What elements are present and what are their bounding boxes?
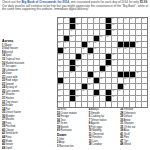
grid-cell	[142, 36, 147, 41]
grid-cell: 39	[76, 60, 81, 65]
cell-number: 2	[64, 17, 65, 19]
cell-number: 33	[130, 47, 132, 49]
cell-number: 53	[130, 77, 132, 79]
grid-cell	[82, 102, 87, 107]
grid-cell: 30	[94, 48, 99, 53]
grid-cell	[136, 96, 141, 101]
grid-cell: 41	[58, 66, 63, 71]
black-cell	[94, 36, 99, 41]
grid-cell	[130, 102, 135, 107]
grid-cell	[136, 60, 141, 65]
cell-number: 63	[76, 95, 78, 97]
grid-cell	[136, 30, 141, 35]
clue-number: 55	[57, 115, 60, 118]
grid-cell	[76, 72, 81, 77]
grid-cell: 40	[112, 60, 117, 65]
cell-number: 14	[58, 23, 60, 25]
cell-number: 26	[94, 41, 96, 43]
black-cell	[70, 90, 75, 95]
grid-cell: 56	[124, 84, 129, 89]
grid-cell	[94, 60, 99, 65]
clue: 3 Raccoon kin	[57, 145, 86, 148]
cell-number: 64	[94, 95, 96, 97]
grid-cell	[124, 96, 129, 101]
black-cell	[94, 90, 99, 95]
grid-cell: 48	[136, 72, 141, 77]
clue-number: 14	[2, 54, 5, 57]
grid-cell: 12	[136, 18, 141, 23]
cell-number: 25	[88, 41, 90, 43]
grid-cell: 38	[58, 60, 63, 65]
black-cell	[70, 18, 75, 23]
black-cell	[76, 54, 81, 59]
grid-cell	[118, 54, 123, 59]
clue-number: 49	[2, 147, 5, 149]
grid-cell	[76, 42, 81, 47]
cell-number: 30	[94, 47, 96, 49]
grid-cell: 42	[76, 66, 81, 71]
clue-number: 2	[57, 141, 58, 144]
grid-cell	[142, 48, 147, 53]
cell-number: 39	[76, 59, 78, 61]
grid-cell: 31	[118, 48, 123, 53]
cell-number: 36	[88, 53, 90, 55]
grid-cell: 21	[100, 36, 105, 41]
cell-number: 10	[124, 17, 126, 19]
grid-cell	[82, 60, 87, 65]
grid-cell	[88, 102, 93, 107]
grid-cell	[142, 78, 147, 83]
clue: 48 Weird	[120, 143, 149, 146]
grid-cell: 19	[112, 30, 117, 35]
black-cell	[118, 84, 123, 89]
grid-cell	[136, 24, 141, 29]
cell-number: 22	[106, 35, 108, 37]
grid-cell	[64, 102, 69, 107]
grid-cell	[124, 30, 129, 35]
grid-cell: 51	[100, 78, 105, 83]
grid-cell: 16	[112, 24, 117, 29]
clue-number: 31	[120, 122, 123, 125]
grid-cell: 49	[64, 78, 69, 83]
grid-cell	[82, 78, 87, 83]
grid-cell: 11	[130, 18, 135, 23]
grid-cell	[118, 36, 123, 41]
cell-number: 41	[58, 65, 60, 67]
black-cell	[94, 78, 99, 83]
clue: 18 Crowbar	[89, 143, 118, 146]
grid-cell: 18	[70, 30, 75, 35]
cell-number: 3	[76, 17, 77, 19]
cell-number: 4	[82, 17, 83, 19]
black-cell	[106, 60, 111, 65]
black-cell	[118, 72, 123, 77]
grid-cell	[112, 66, 117, 71]
grid-cell	[136, 48, 141, 53]
grid-cell: 9	[118, 18, 123, 23]
cell-number: 17	[58, 29, 60, 31]
cell-number: 51	[100, 77, 102, 79]
grid-cell: 35	[82, 54, 87, 59]
clue-number: 3	[2, 47, 3, 50]
cell-number: 40	[112, 59, 114, 61]
grid-cell	[124, 66, 129, 71]
grid-cell	[142, 54, 147, 59]
cell-number: 28	[64, 47, 66, 49]
grid-cell	[142, 24, 147, 29]
clue-number: 44	[2, 136, 5, 139]
promo-text: Check out the Big Book of Crosswords for…	[2, 1, 148, 12]
grid-cell	[112, 102, 117, 107]
grid-cell	[100, 48, 105, 53]
black-cell	[70, 60, 75, 65]
grid-cell	[64, 54, 69, 59]
grid-cell	[70, 78, 75, 83]
grid-cell: 64	[94, 96, 99, 101]
black-cell	[82, 84, 87, 89]
grid-cell: 23	[58, 42, 63, 47]
grid-cell	[136, 66, 141, 71]
grid-cell	[76, 30, 81, 35]
grid-cell	[142, 90, 147, 95]
grid-cell	[118, 66, 123, 71]
cell-number: 62	[58, 95, 60, 97]
grid-cell	[130, 60, 135, 65]
grid-cell: 44	[58, 72, 63, 77]
grid-cell	[94, 30, 99, 35]
clue-number: 48	[120, 143, 123, 146]
grid-cell: 36	[88, 54, 93, 59]
cell-number: 19	[112, 29, 114, 31]
grid-cell	[70, 84, 75, 89]
grid-cell: 45	[70, 72, 75, 77]
grid-cell: 26	[94, 42, 99, 47]
grid-cell: 3	[76, 18, 81, 23]
grid-cell	[100, 42, 105, 47]
grid-cell	[124, 102, 129, 107]
cell-number: 61	[118, 89, 120, 91]
grid-cell	[82, 30, 87, 35]
grid-cell	[142, 72, 147, 77]
grid-cell	[106, 84, 111, 89]
clue-number: 60	[57, 129, 60, 132]
grid-cell: 59	[82, 90, 87, 95]
grid-cell	[112, 84, 117, 89]
cell-number: 59	[82, 89, 84, 91]
grid-cell	[88, 66, 93, 71]
grid-cell	[130, 24, 135, 29]
grid-cell: 17	[58, 30, 63, 35]
black-cell	[124, 42, 129, 47]
grid-cell: 54	[58, 84, 63, 89]
grid-cell	[118, 102, 123, 107]
cell-number: 47	[100, 71, 102, 73]
cell-number: 29	[82, 47, 84, 49]
clue-number: 57	[57, 122, 60, 125]
black-cell	[88, 48, 93, 53]
grid-cell: 28	[64, 48, 69, 53]
grid-cell	[82, 72, 87, 77]
grid-cell: 61	[118, 90, 123, 95]
clue-number: 20	[2, 72, 5, 75]
cell-number: 15	[76, 23, 78, 25]
cell-number: 11	[130, 17, 132, 19]
black-cell	[58, 48, 63, 53]
black-cell	[124, 72, 129, 77]
black-cell	[70, 24, 75, 29]
grid-cell: 27	[136, 42, 141, 47]
grid-cell	[118, 24, 123, 29]
grid-cell: 63	[76, 96, 81, 101]
grid-cell: 47	[100, 72, 105, 77]
grid-cell: 65	[112, 96, 117, 101]
grid-cell: 4	[82, 18, 87, 23]
cell-number: 56	[124, 83, 126, 85]
grid-cell	[88, 36, 93, 41]
cell-number: 16	[112, 23, 114, 25]
clue-number: 22	[2, 79, 5, 82]
grid-cell: 50	[88, 78, 93, 83]
grid-cell	[130, 30, 135, 35]
grid-cell: 1	[58, 18, 63, 23]
grid-cell	[100, 24, 105, 29]
grid-cell	[112, 36, 117, 41]
grid-cell	[64, 66, 69, 71]
cell-number: 31	[118, 47, 120, 49]
grid-cell: 43	[106, 66, 111, 71]
clue-number: 24	[2, 86, 5, 89]
grid-cell	[82, 24, 87, 29]
grid-cell: 25	[88, 42, 93, 47]
grid-cell	[100, 90, 105, 95]
grid-cell	[88, 60, 93, 65]
cell-number: 54	[58, 83, 60, 85]
grid-cell: 57	[58, 90, 63, 95]
cell-number: 44	[58, 71, 60, 73]
grid-cell	[130, 66, 135, 71]
grid-cell	[124, 36, 129, 41]
grid-cell: 7	[100, 18, 105, 23]
clue-number: 17	[2, 65, 5, 68]
grid-cell	[64, 30, 69, 35]
cell-number: 5	[88, 17, 89, 19]
black-cell	[58, 78, 63, 83]
grid-cell	[82, 36, 87, 41]
grid-cell: 2	[64, 18, 69, 23]
grid-cell	[142, 66, 147, 71]
black-cell	[130, 72, 135, 77]
grid-cell	[106, 78, 111, 83]
cell-number: 27	[136, 41, 138, 43]
grid-cell	[130, 96, 135, 101]
grid-cell	[136, 90, 141, 95]
cell-number: 8	[112, 17, 113, 19]
grid-cell: 46	[94, 72, 99, 77]
grid-cell	[76, 36, 81, 41]
grid-cell	[124, 24, 129, 29]
black-cell	[106, 96, 111, 101]
cell-number: 12	[136, 17, 138, 19]
grid-cell	[82, 66, 87, 71]
grid-cell	[64, 60, 69, 65]
grid-cell	[64, 24, 69, 29]
cell-number: 58	[76, 89, 78, 91]
cell-number: 50	[88, 77, 90, 79]
cell-number: 24	[64, 41, 66, 43]
grid-cell: 34	[58, 54, 63, 59]
black-cell	[88, 72, 93, 77]
black-cell	[64, 36, 69, 41]
cell-number: 21	[100, 35, 102, 37]
cell-number: 34	[58, 53, 60, 55]
grid-cell	[112, 42, 117, 47]
clue-number: 46	[2, 143, 5, 146]
cell-number: 52	[124, 77, 126, 79]
black-cell	[106, 90, 111, 95]
grid-cell	[142, 102, 147, 107]
grid-cell: 20	[70, 36, 75, 41]
cell-number: 18	[70, 29, 72, 31]
grid-cell	[106, 102, 111, 107]
clue-number: 31	[2, 97, 5, 100]
grid-cell	[136, 78, 141, 83]
grid-cell: 15	[76, 24, 81, 29]
clue-number: 33	[2, 104, 5, 107]
clue: 49 Dwell	[2, 147, 55, 149]
grid-cell	[118, 78, 123, 83]
black-cell	[106, 18, 111, 23]
grid-cell	[88, 90, 93, 95]
cell-number: 46	[94, 71, 96, 73]
grid-cell	[124, 60, 129, 65]
across-clue-column: Across 1 Wager3 Map feature8 Ascend14 Sp…	[2, 39, 55, 149]
clue-number: 26	[120, 108, 123, 111]
grid-cell: 10	[124, 18, 129, 23]
cell-number: 60	[112, 89, 114, 91]
clue-number: 27	[2, 93, 5, 96]
clue-number: 18	[89, 143, 92, 146]
clue-number: 29	[120, 115, 123, 118]
clue-number: 10	[89, 129, 92, 132]
grid-cell	[118, 96, 123, 101]
grid-cell	[64, 72, 69, 77]
grid-cell	[82, 96, 87, 101]
cell-number: 37	[112, 53, 114, 55]
grid-cell	[112, 48, 117, 53]
down-heading: Down	[57, 133, 86, 137]
bottom-clue-columns: 52 Exist53 Ocean motion55 Enrage56 Tear5…	[57, 108, 149, 149]
cell-number: 7	[100, 17, 101, 19]
clue-number: 6	[89, 115, 90, 118]
grid-cell	[94, 66, 99, 71]
grid-cell	[76, 84, 81, 89]
grid-cell	[106, 72, 111, 77]
clue-number: 39	[120, 129, 123, 132]
black-cell	[106, 30, 111, 35]
cell-number: 49	[64, 77, 66, 79]
grid-cell	[94, 24, 99, 29]
grid-cell: 8	[112, 18, 117, 23]
grid-cell	[70, 48, 75, 53]
grid-cell	[58, 36, 63, 41]
grid-cell: 52	[124, 78, 129, 83]
grid-cell	[112, 72, 117, 77]
grid-cell: 32	[124, 48, 129, 53]
cell-number: 43	[106, 65, 108, 67]
cell-number: 9	[118, 17, 119, 19]
grid-cell: 62	[58, 96, 63, 101]
cell-number: 45	[70, 71, 72, 73]
grid-cell: 33	[130, 48, 135, 53]
grid-cell	[136, 36, 141, 41]
clue-number: 52	[57, 108, 60, 111]
grid-cell: 13	[142, 18, 147, 23]
grid-cell	[100, 60, 105, 65]
grid-cell	[88, 24, 93, 29]
clue-number: 8	[89, 122, 90, 125]
grid-cell: 60	[112, 90, 117, 95]
grid-cell	[76, 78, 81, 83]
grid-cell	[142, 60, 147, 65]
cell-number: 57	[58, 89, 60, 91]
grid-cell	[94, 84, 99, 89]
grid-cell	[130, 84, 135, 89]
cell-number: 1	[58, 17, 59, 19]
grid-cell: 37	[112, 54, 117, 59]
cell-number: 65	[112, 95, 114, 97]
grid-cell	[106, 48, 111, 53]
black-cell	[106, 24, 111, 29]
cell-number: 13	[142, 17, 144, 19]
grid-cell	[100, 54, 105, 59]
grid-cell	[76, 102, 81, 107]
grid-cell	[142, 30, 147, 35]
black-cell	[70, 66, 75, 71]
grid-cell	[100, 102, 105, 107]
grid-cell	[64, 84, 69, 89]
grid-cell	[100, 30, 105, 35]
cell-number: 42	[76, 65, 78, 67]
clue-number: 3	[57, 145, 58, 148]
black-cell	[106, 54, 111, 59]
cell-number: 48	[136, 71, 138, 73]
grid-cell	[124, 54, 129, 59]
grid-cell	[88, 96, 93, 101]
grid-cell	[70, 54, 75, 59]
cell-number: 35	[82, 53, 84, 55]
black-cell	[100, 66, 105, 71]
grid-cell	[106, 42, 111, 47]
grid-cell	[64, 90, 69, 95]
cell-number: 55	[88, 83, 90, 85]
grid-cell: 55	[88, 84, 93, 89]
grid-cell: 14	[58, 24, 63, 29]
grid-cell: 6	[94, 18, 99, 23]
clue-number: 37	[2, 118, 5, 121]
grid-cell	[94, 54, 99, 59]
clue-number: 12	[89, 136, 92, 139]
grid-cell: 22	[106, 36, 111, 41]
cell-number: 6	[94, 17, 95, 19]
grid-cell	[76, 48, 81, 53]
grid-cell: 29	[82, 48, 87, 53]
cell-number: 66	[58, 101, 60, 103]
grid-cell: 5	[88, 18, 93, 23]
grid-cell	[142, 42, 147, 47]
grid-cell	[136, 84, 141, 89]
black-cell	[82, 42, 87, 47]
grid-cell: 58	[76, 90, 81, 95]
